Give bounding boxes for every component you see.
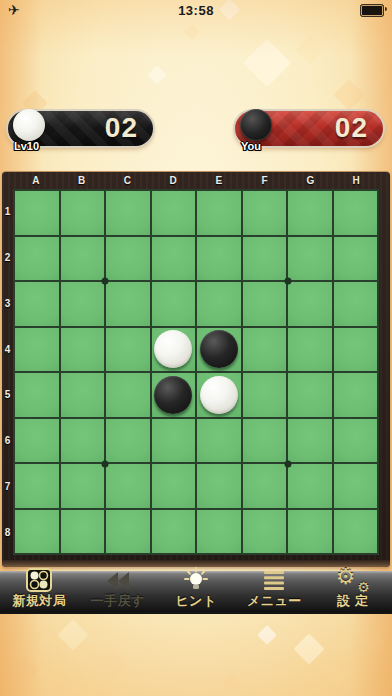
white-disc xyxy=(200,376,238,414)
row-labels: 12345678 xyxy=(2,189,13,555)
board-cell[interactable] xyxy=(106,510,150,554)
board-cell[interactable] xyxy=(15,464,59,508)
board-cell[interactable] xyxy=(61,510,105,554)
row-label: 4 xyxy=(2,326,13,372)
toolbar-item-menu[interactable]: メニュー xyxy=(235,571,313,612)
board-cell[interactable] xyxy=(15,419,59,463)
board-cell[interactable] xyxy=(197,373,241,417)
opponent-score-panel: Lv10 02 xyxy=(8,111,153,146)
board-cell[interactable] xyxy=(106,328,150,372)
board-cell[interactable] xyxy=(288,237,332,281)
player-black-stone-icon xyxy=(240,109,272,141)
board-cell[interactable] xyxy=(288,419,332,463)
player-label: You xyxy=(241,140,261,152)
row-label: 3 xyxy=(2,281,13,327)
board-cell[interactable] xyxy=(152,282,196,326)
toolbar-item-new-game[interactable]: 新規対局 xyxy=(0,571,78,612)
board-cell[interactable] xyxy=(197,419,241,463)
board-cell[interactable] xyxy=(15,510,59,554)
column-label: H xyxy=(333,175,379,188)
white-disc xyxy=(154,330,192,368)
board-cell[interactable] xyxy=(288,191,332,235)
board-cell[interactable] xyxy=(334,282,378,326)
board-cell[interactable] xyxy=(334,419,378,463)
board-cell[interactable] xyxy=(243,237,287,281)
board-cell[interactable] xyxy=(334,464,378,508)
board-cell[interactable] xyxy=(197,237,241,281)
column-label: C xyxy=(105,175,151,188)
board-cell[interactable] xyxy=(15,328,59,372)
board-cell[interactable] xyxy=(197,510,241,554)
player-score: 02 xyxy=(335,112,368,144)
board-cell[interactable] xyxy=(106,282,150,326)
hint-icon xyxy=(183,568,209,592)
board-cell[interactable] xyxy=(334,510,378,554)
board-cell[interactable] xyxy=(106,191,150,235)
column-label: D xyxy=(150,175,196,188)
settings-icon: ⚙⚙ xyxy=(336,568,370,592)
board-cell[interactable] xyxy=(106,419,150,463)
board-cell[interactable] xyxy=(243,373,287,417)
board-cell[interactable] xyxy=(15,282,59,326)
row-label: 7 xyxy=(2,464,13,510)
board-cell[interactable] xyxy=(334,373,378,417)
board-cell[interactable] xyxy=(106,373,150,417)
board-cell[interactable] xyxy=(152,373,196,417)
board-cell[interactable] xyxy=(334,328,378,372)
board-cell[interactable] xyxy=(61,191,105,235)
board-cell[interactable] xyxy=(152,328,196,372)
column-label: B xyxy=(59,175,105,188)
board-cell[interactable] xyxy=(152,419,196,463)
toolbar-item-label: ヒント xyxy=(175,592,216,610)
board-cell[interactable] xyxy=(61,237,105,281)
column-labels: ABCDEFGH xyxy=(13,175,379,188)
board-cell[interactable] xyxy=(15,191,59,235)
board-cell[interactable] xyxy=(61,328,105,372)
board-cell[interactable] xyxy=(61,464,105,508)
status-bar: 13:58 ✈ xyxy=(0,0,392,20)
board-cell[interactable] xyxy=(243,328,287,372)
bottom-toolbar: 新規対局一手戻すヒントメニュー⚙⚙設 定 xyxy=(0,571,392,614)
board-cell[interactable] xyxy=(197,464,241,508)
board-cell[interactable] xyxy=(243,282,287,326)
opponent-score: 02 xyxy=(105,112,138,144)
board-cell[interactable] xyxy=(106,237,150,281)
undo-icon xyxy=(104,570,132,592)
toolbar-item-hint[interactable]: ヒント xyxy=(157,571,235,612)
toolbar-item-settings[interactable]: ⚙⚙設 定 xyxy=(314,571,392,612)
column-label: G xyxy=(288,175,334,188)
board-cell[interactable] xyxy=(288,328,332,372)
board-cell[interactable] xyxy=(106,464,150,508)
black-disc xyxy=(154,376,192,414)
board-grid xyxy=(13,189,379,555)
column-label: A xyxy=(13,175,59,188)
board-cell[interactable] xyxy=(288,373,332,417)
row-label: 8 xyxy=(2,509,13,555)
board-cell[interactable] xyxy=(152,510,196,554)
othello-board: ABCDEFGH 12345678 xyxy=(2,171,390,567)
board-cell[interactable] xyxy=(61,419,105,463)
new-game-icon xyxy=(26,568,52,592)
board-cell[interactable] xyxy=(61,282,105,326)
board-cell[interactable] xyxy=(288,282,332,326)
board-cell[interactable] xyxy=(15,373,59,417)
board-cell[interactable] xyxy=(152,464,196,508)
app-screen: 13:58 ✈ Lv10 02 You 02 ABCDEFGH 12345678… xyxy=(0,0,392,696)
board-cell[interactable] xyxy=(61,373,105,417)
board-cell[interactable] xyxy=(15,237,59,281)
row-label: 2 xyxy=(2,235,13,281)
board-cell[interactable] xyxy=(243,191,287,235)
battery-icon xyxy=(360,4,384,17)
board-cell[interactable] xyxy=(243,419,287,463)
status-time: 13:58 xyxy=(0,3,392,18)
board-cell[interactable] xyxy=(152,237,196,281)
board-cell[interactable] xyxy=(334,237,378,281)
toolbar-item-label: 一手戻す xyxy=(90,592,144,610)
column-label: F xyxy=(242,175,288,188)
board-cell[interactable] xyxy=(197,328,241,372)
board-cell[interactable] xyxy=(288,510,332,554)
row-label: 1 xyxy=(2,189,13,235)
opponent-white-stone-icon xyxy=(13,109,45,141)
column-label: E xyxy=(196,175,242,188)
board-cell[interactable] xyxy=(243,464,287,508)
toolbar-item-label: 新規対局 xyxy=(12,592,66,610)
menu-icon xyxy=(262,569,286,592)
board-cell[interactable] xyxy=(152,191,196,235)
player-score-panel: You 02 xyxy=(235,111,383,146)
board-cell[interactable] xyxy=(288,464,332,508)
row-label: 6 xyxy=(2,418,13,464)
board-cell[interactable] xyxy=(197,191,241,235)
board-cell[interactable] xyxy=(243,510,287,554)
board-cell[interactable] xyxy=(197,282,241,326)
opponent-label: Lv10 xyxy=(14,140,39,152)
row-label: 5 xyxy=(2,372,13,418)
toolbar-item-label: メニュー xyxy=(247,592,302,610)
board-cell[interactable] xyxy=(334,191,378,235)
black-disc xyxy=(200,330,238,368)
toolbar-item-undo: 一手戻す xyxy=(78,571,156,612)
